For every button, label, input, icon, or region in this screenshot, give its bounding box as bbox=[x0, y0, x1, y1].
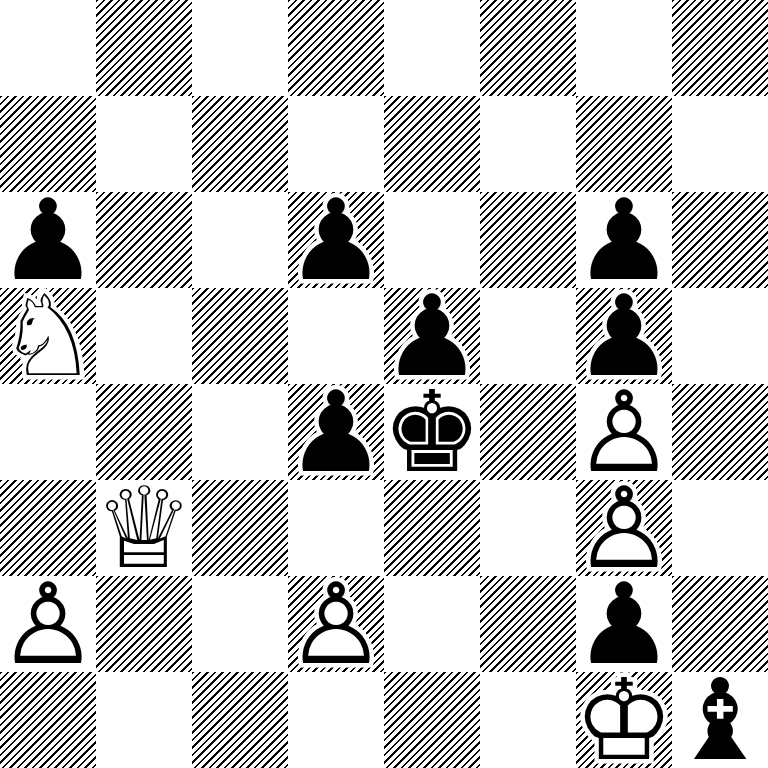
piece-white-pawn[interactable]: ♟♙ bbox=[0, 576, 96, 672]
square-b7[interactable] bbox=[96, 96, 192, 192]
square-f6[interactable] bbox=[480, 192, 576, 288]
square-h4[interactable] bbox=[672, 384, 768, 480]
piece-black-bishop[interactable]: ♝♝ bbox=[672, 672, 768, 768]
square-b3[interactable]: ♛♕ bbox=[96, 480, 192, 576]
square-c8[interactable] bbox=[192, 0, 288, 96]
square-d6[interactable]: ♟♟ bbox=[288, 192, 384, 288]
square-f8[interactable] bbox=[480, 0, 576, 96]
piece-white-king[interactable]: ♚♔ bbox=[576, 672, 672, 768]
square-c2[interactable] bbox=[192, 576, 288, 672]
square-g1[interactable]: ♚♔ bbox=[576, 672, 672, 768]
black-king-icon: ♚ bbox=[384, 384, 480, 480]
square-b8[interactable] bbox=[96, 0, 192, 96]
square-h7[interactable] bbox=[672, 96, 768, 192]
square-h1[interactable]: ♝♝ bbox=[672, 672, 768, 768]
square-b1[interactable] bbox=[96, 672, 192, 768]
square-a5[interactable]: ♞♘ bbox=[0, 288, 96, 384]
piece-white-queen[interactable]: ♛♕ bbox=[96, 480, 192, 576]
white-king-icon: ♔ bbox=[576, 672, 672, 768]
piece-black-king[interactable]: ♚♚ bbox=[384, 384, 480, 480]
square-f7[interactable] bbox=[480, 96, 576, 192]
square-c4[interactable] bbox=[192, 384, 288, 480]
square-f3[interactable] bbox=[480, 480, 576, 576]
square-a4[interactable] bbox=[0, 384, 96, 480]
square-h3[interactable] bbox=[672, 480, 768, 576]
square-b2[interactable] bbox=[96, 576, 192, 672]
square-a1[interactable] bbox=[0, 672, 96, 768]
white-pawn-icon: ♙ bbox=[0, 576, 96, 672]
black-bishop-icon: ♝ bbox=[672, 672, 768, 768]
square-e8[interactable] bbox=[384, 0, 480, 96]
square-e3[interactable] bbox=[384, 480, 480, 576]
white-knight-icon: ♘ bbox=[0, 288, 96, 384]
piece-white-knight[interactable]: ♞♘ bbox=[0, 288, 96, 384]
square-f1[interactable] bbox=[480, 672, 576, 768]
square-c5[interactable] bbox=[192, 288, 288, 384]
square-e4[interactable]: ♚♚ bbox=[384, 384, 480, 480]
square-c6[interactable] bbox=[192, 192, 288, 288]
square-e7[interactable] bbox=[384, 96, 480, 192]
square-d2[interactable]: ♟♙ bbox=[288, 576, 384, 672]
piece-black-pawn[interactable]: ♟♟ bbox=[288, 192, 384, 288]
square-a8[interactable] bbox=[0, 0, 96, 96]
piece-black-pawn[interactable]: ♟♟ bbox=[288, 384, 384, 480]
square-a2[interactable]: ♟♙ bbox=[0, 576, 96, 672]
square-d1[interactable] bbox=[288, 672, 384, 768]
square-h5[interactable] bbox=[672, 288, 768, 384]
square-d4[interactable]: ♟♟ bbox=[288, 384, 384, 480]
square-h8[interactable] bbox=[672, 0, 768, 96]
chessboard: ♟♟♟♟♟♟♞♘♟♟♟♟♟♟♚♚♟♙♛♕♟♙♟♙♟♙♟♟♚♔♝♝ bbox=[0, 0, 768, 768]
square-e2[interactable] bbox=[384, 576, 480, 672]
square-f4[interactable] bbox=[480, 384, 576, 480]
square-e1[interactable] bbox=[384, 672, 480, 768]
square-d8[interactable] bbox=[288, 0, 384, 96]
square-f5[interactable] bbox=[480, 288, 576, 384]
black-pawn-icon: ♟ bbox=[288, 192, 384, 288]
white-queen-icon: ♕ bbox=[96, 480, 192, 576]
white-pawn-icon: ♙ bbox=[288, 576, 384, 672]
piece-white-pawn[interactable]: ♟♙ bbox=[288, 576, 384, 672]
square-c3[interactable] bbox=[192, 480, 288, 576]
square-h6[interactable] bbox=[672, 192, 768, 288]
square-c1[interactable] bbox=[192, 672, 288, 768]
square-b5[interactable] bbox=[96, 288, 192, 384]
black-pawn-icon: ♟ bbox=[288, 384, 384, 480]
square-g8[interactable] bbox=[576, 0, 672, 96]
square-c7[interactable] bbox=[192, 96, 288, 192]
square-f2[interactable] bbox=[480, 576, 576, 672]
square-b6[interactable] bbox=[96, 192, 192, 288]
